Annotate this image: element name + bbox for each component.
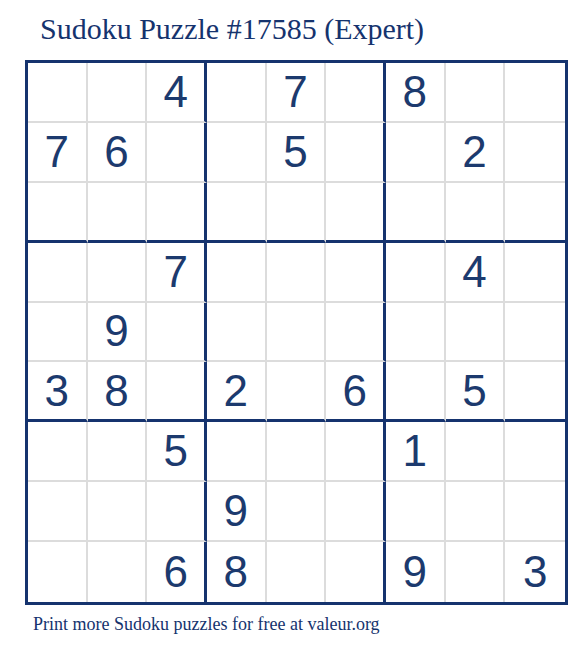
cell-r1c4 (207, 63, 267, 123)
cell-r3c8 (446, 183, 506, 243)
cell-r9c8 (446, 542, 506, 602)
cell-r9c6 (326, 542, 386, 602)
cell-r3c9 (505, 183, 565, 243)
cell-r6c5 (267, 362, 327, 422)
cell-r1c1 (28, 63, 88, 123)
cell-r2c8: 2 (446, 123, 506, 183)
cell-r6c7 (386, 362, 446, 422)
cell-r2c9 (505, 123, 565, 183)
cell-r8c8 (446, 482, 506, 542)
cell-r5c1 (28, 303, 88, 363)
cell-r8c4: 9 (207, 482, 267, 542)
cell-r2c1: 7 (28, 123, 88, 183)
cell-r4c6 (326, 243, 386, 303)
cell-r9c5 (267, 542, 327, 602)
cell-r5c5 (267, 303, 327, 363)
cell-r1c7: 8 (386, 63, 446, 123)
cell-r9c1 (28, 542, 88, 602)
cell-r5c4 (207, 303, 267, 363)
cell-r7c5 (267, 422, 327, 482)
cell-r4c3: 7 (147, 243, 207, 303)
cell-r6c8: 5 (446, 362, 506, 422)
cell-r2c3 (147, 123, 207, 183)
cell-r5c9 (505, 303, 565, 363)
cell-r8c2 (88, 482, 148, 542)
cell-r9c9: 3 (505, 542, 565, 602)
cell-r7c6 (326, 422, 386, 482)
cell-r7c2 (88, 422, 148, 482)
page: Sudoku Puzzle #17585 (Expert) 4787652749… (0, 0, 580, 651)
page-title: Sudoku Puzzle #17585 (Expert) (40, 12, 424, 46)
cell-r4c2 (88, 243, 148, 303)
cell-r6c4: 2 (207, 362, 267, 422)
cell-r4c5 (267, 243, 327, 303)
cell-r7c7: 1 (386, 422, 446, 482)
cell-r1c2 (88, 63, 148, 123)
cell-r3c4 (207, 183, 267, 243)
cell-r4c4 (207, 243, 267, 303)
cell-r8c7 (386, 482, 446, 542)
cell-r3c3 (147, 183, 207, 243)
cell-r2c6 (326, 123, 386, 183)
cell-r7c8 (446, 422, 506, 482)
cell-r7c4 (207, 422, 267, 482)
cell-r6c1: 3 (28, 362, 88, 422)
cell-r4c9 (505, 243, 565, 303)
cell-r9c2 (88, 542, 148, 602)
cell-r6c2: 8 (88, 362, 148, 422)
cell-r9c4: 8 (207, 542, 267, 602)
cell-r8c5 (267, 482, 327, 542)
footer-note: Print more Sudoku puzzles for free at va… (33, 614, 380, 635)
cell-r5c6 (326, 303, 386, 363)
cell-r2c7 (386, 123, 446, 183)
cell-r2c2: 6 (88, 123, 148, 183)
cell-r5c8 (446, 303, 506, 363)
cell-r7c1 (28, 422, 88, 482)
cell-r1c6 (326, 63, 386, 123)
cell-r3c7 (386, 183, 446, 243)
cell-r6c9 (505, 362, 565, 422)
cell-r5c2: 9 (88, 303, 148, 363)
cell-r7c3: 5 (147, 422, 207, 482)
cell-r9c3: 6 (147, 542, 207, 602)
cell-r1c5: 7 (267, 63, 327, 123)
cell-r1c9 (505, 63, 565, 123)
cell-r4c8: 4 (446, 243, 506, 303)
cell-r8c9 (505, 482, 565, 542)
cell-r6c6: 6 (326, 362, 386, 422)
cell-r2c5: 5 (267, 123, 327, 183)
cell-r4c1 (28, 243, 88, 303)
cell-r5c7 (386, 303, 446, 363)
cell-r9c7: 9 (386, 542, 446, 602)
cell-r4c7 (386, 243, 446, 303)
cell-r3c6 (326, 183, 386, 243)
cell-r6c3 (147, 362, 207, 422)
cell-r2c4 (207, 123, 267, 183)
cell-r5c3 (147, 303, 207, 363)
cell-r8c1 (28, 482, 88, 542)
sudoku-grid: 4787652749382655196893 (25, 60, 568, 605)
cell-r3c1 (28, 183, 88, 243)
cell-r8c6 (326, 482, 386, 542)
cell-r8c3 (147, 482, 207, 542)
cell-r3c5 (267, 183, 327, 243)
cell-r3c2 (88, 183, 148, 243)
cell-r1c3: 4 (147, 63, 207, 123)
cell-r1c8 (446, 63, 506, 123)
cell-r7c9 (505, 422, 565, 482)
